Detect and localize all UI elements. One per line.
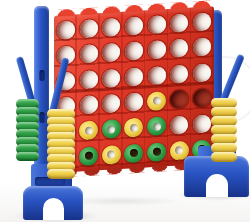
cell-g5	[190, 34, 213, 61]
green-disc	[147, 142, 166, 162]
post-slot	[39, 70, 44, 81]
disc-center-hole	[175, 146, 183, 154]
disc-center-hole	[153, 148, 161, 156]
empty-hole	[125, 16, 143, 35]
cell-b6	[78, 15, 101, 42]
foot-arch-cutout	[206, 174, 228, 197]
cell-e2	[145, 113, 168, 140]
empty-hole	[170, 39, 188, 58]
cell-g3	[190, 85, 213, 112]
empty-hole	[148, 66, 166, 85]
disc-center-hole	[85, 126, 93, 134]
empty-hole	[125, 93, 143, 112]
disc-center-hole	[85, 152, 93, 160]
cell-e5	[145, 37, 168, 64]
cell-d6	[123, 12, 146, 39]
cell-f6	[168, 10, 191, 37]
empty-hole	[80, 45, 98, 64]
yellow-spare-ring	[211, 152, 237, 163]
cell-a6	[55, 17, 78, 44]
disc-center-hole	[107, 150, 115, 158]
empty-hole	[80, 19, 98, 38]
empty-hole	[80, 96, 98, 115]
cell-d2	[123, 114, 146, 141]
empty-hole	[193, 89, 211, 108]
cell-b3	[78, 92, 101, 119]
empty-hole	[102, 18, 120, 37]
cell-e1	[145, 139, 168, 166]
disc-center-hole	[107, 125, 115, 133]
empty-hole	[170, 90, 188, 109]
cell-e3	[145, 88, 168, 115]
green-ring-stack	[16, 101, 39, 161]
green-spare-ring	[16, 152, 39, 162]
empty-hole	[125, 42, 143, 61]
yellow-disc	[102, 145, 121, 165]
yellow-spare-ring	[47, 169, 75, 179]
empty-hole	[102, 69, 120, 88]
yellow-disc	[79, 121, 98, 141]
cell-d5	[123, 38, 146, 65]
yellow-ring-stack-left	[47, 111, 75, 179]
disc-center-hole	[130, 149, 138, 157]
disc-center-hole	[130, 124, 138, 132]
cell-g2	[190, 110, 213, 137]
cell-f3	[168, 86, 191, 113]
empty-hole	[148, 15, 166, 34]
cell-g6	[190, 8, 213, 35]
green-disc	[102, 119, 121, 139]
green-disc	[147, 116, 166, 136]
green-disc	[124, 143, 143, 163]
disc-center-hole	[153, 97, 161, 105]
cell-b2	[78, 117, 101, 144]
empty-hole	[80, 70, 98, 89]
empty-hole	[193, 12, 211, 31]
yellow-disc	[147, 91, 166, 111]
cell-c5	[100, 39, 123, 66]
cell-c2	[100, 116, 123, 143]
empty-hole	[170, 14, 188, 33]
empty-hole	[193, 38, 211, 57]
cell-b5	[78, 41, 101, 68]
empty-hole	[57, 20, 75, 39]
cell-f2	[168, 112, 191, 139]
cell-d3	[123, 89, 146, 116]
cell-c3	[100, 90, 123, 117]
cell-e6	[145, 11, 168, 38]
empty-hole	[102, 94, 120, 113]
empty-hole	[102, 43, 120, 62]
yellow-disc	[124, 118, 143, 138]
foot-arch-cutout	[43, 198, 64, 220]
empty-hole	[193, 63, 211, 82]
post-slot	[39, 112, 44, 123]
empty-hole	[170, 65, 188, 84]
empty-hole	[170, 116, 188, 135]
empty-hole	[148, 40, 166, 59]
disc-center-hole	[153, 122, 161, 130]
cell-f5	[168, 35, 191, 62]
cell-c1	[100, 141, 123, 168]
giant-connect-four-photo	[0, 0, 250, 222]
empty-hole	[125, 67, 143, 86]
yellow-ring-stack-right	[211, 99, 237, 162]
empty-hole	[193, 114, 211, 133]
cell-d1	[123, 140, 146, 167]
cell-c6	[100, 14, 123, 41]
